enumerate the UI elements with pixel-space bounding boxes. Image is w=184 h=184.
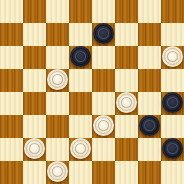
square-d4[interactable] [69, 92, 92, 115]
square-a6[interactable] [0, 46, 23, 69]
black-man-g3[interactable] [139, 115, 160, 136]
white-man-c5[interactable] [47, 69, 68, 90]
square-c3[interactable] [46, 115, 69, 138]
square-f8[interactable] [115, 0, 138, 23]
square-b2[interactable] [23, 138, 46, 161]
checkers-board [0, 0, 184, 184]
square-b4[interactable] [23, 92, 46, 115]
square-c2[interactable] [46, 138, 69, 161]
square-a3[interactable] [0, 115, 23, 138]
square-b8[interactable] [23, 0, 46, 23]
square-a2[interactable] [0, 138, 23, 161]
square-h1[interactable] [161, 161, 184, 184]
square-a4[interactable] [0, 92, 23, 115]
square-d3[interactable] [69, 115, 92, 138]
square-h6[interactable] [161, 46, 184, 69]
white-man-h6[interactable] [162, 46, 183, 67]
square-e1[interactable] [92, 161, 115, 184]
white-man-c1[interactable] [47, 161, 68, 182]
square-c7[interactable] [46, 23, 69, 46]
square-a7[interactable] [0, 23, 23, 46]
square-a8[interactable] [0, 0, 23, 23]
square-h5[interactable] [161, 69, 184, 92]
square-a5[interactable] [0, 69, 23, 92]
square-d7[interactable] [69, 23, 92, 46]
square-g3[interactable] [138, 115, 161, 138]
square-g2[interactable] [138, 138, 161, 161]
black-man-d6[interactable] [70, 46, 91, 67]
square-e3[interactable] [92, 115, 115, 138]
square-e5[interactable] [92, 69, 115, 92]
black-man-e7[interactable] [93, 23, 114, 44]
square-c5[interactable] [46, 69, 69, 92]
black-man-h4[interactable] [162, 92, 183, 113]
white-man-d2[interactable] [70, 138, 91, 159]
square-b7[interactable] [23, 23, 46, 46]
square-d2[interactable] [69, 138, 92, 161]
square-f6[interactable] [115, 46, 138, 69]
square-c4[interactable] [46, 92, 69, 115]
square-h2[interactable] [161, 138, 184, 161]
square-e8[interactable] [92, 0, 115, 23]
square-f1[interactable] [115, 161, 138, 184]
square-c8[interactable] [46, 0, 69, 23]
square-e4[interactable] [92, 92, 115, 115]
square-e2[interactable] [92, 138, 115, 161]
square-h8[interactable] [161, 0, 184, 23]
square-a1[interactable] [0, 161, 23, 184]
white-man-f4[interactable] [116, 92, 137, 113]
square-g6[interactable] [138, 46, 161, 69]
square-d6[interactable] [69, 46, 92, 69]
square-f2[interactable] [115, 138, 138, 161]
square-f3[interactable] [115, 115, 138, 138]
square-d5[interactable] [69, 69, 92, 92]
square-d1[interactable] [69, 161, 92, 184]
square-f5[interactable] [115, 69, 138, 92]
square-h3[interactable] [161, 115, 184, 138]
square-g5[interactable] [138, 69, 161, 92]
square-b1[interactable] [23, 161, 46, 184]
square-h4[interactable] [161, 92, 184, 115]
square-e6[interactable] [92, 46, 115, 69]
square-h7[interactable] [161, 23, 184, 46]
square-b3[interactable] [23, 115, 46, 138]
square-b6[interactable] [23, 46, 46, 69]
square-c1[interactable] [46, 161, 69, 184]
square-g1[interactable] [138, 161, 161, 184]
square-c6[interactable] [46, 46, 69, 69]
square-d8[interactable] [69, 0, 92, 23]
square-f7[interactable] [115, 23, 138, 46]
square-e7[interactable] [92, 23, 115, 46]
white-man-e3[interactable] [93, 115, 114, 136]
white-man-b2[interactable] [24, 138, 45, 159]
black-man-h2[interactable] [162, 138, 183, 159]
square-g4[interactable] [138, 92, 161, 115]
square-f4[interactable] [115, 92, 138, 115]
square-b5[interactable] [23, 69, 46, 92]
square-g7[interactable] [138, 23, 161, 46]
square-g8[interactable] [138, 0, 161, 23]
